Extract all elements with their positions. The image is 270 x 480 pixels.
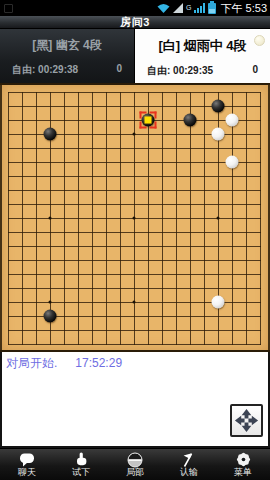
star-point bbox=[133, 301, 136, 304]
black-captures-count: 0 bbox=[116, 63, 122, 77]
grid-line bbox=[8, 274, 261, 275]
nav-menu[interactable]: 菜单 bbox=[216, 449, 270, 480]
grid-line bbox=[8, 232, 261, 233]
nav-menu-label: 菜单 bbox=[234, 468, 252, 477]
title-bar: 房间3 bbox=[0, 16, 270, 29]
message-log[interactable]: 对局开始.17:52:29 bbox=[0, 352, 270, 448]
grid-line bbox=[8, 260, 261, 261]
grid-line bbox=[162, 92, 163, 345]
game-start-time: 17:52:29 bbox=[75, 356, 122, 370]
nav-try-move-label: 试下 bbox=[72, 468, 90, 477]
chat-bubble-icon bbox=[19, 452, 35, 467]
white-stone bbox=[212, 128, 225, 141]
game-start-message: 对局开始. bbox=[6, 356, 57, 370]
black-stone bbox=[44, 128, 57, 141]
notification-icon bbox=[4, 4, 13, 13]
star-point bbox=[49, 301, 52, 304]
player-panels: [黑] 幽玄 4段 自由: 00:29:38 0 [白] 烟雨中 4段 自由: … bbox=[0, 29, 270, 83]
star-point bbox=[49, 217, 52, 220]
white-player-panel: [白] 烟雨中 4段 自由: 00:29:35 0 bbox=[135, 29, 270, 83]
grid-line bbox=[8, 246, 261, 247]
cursor-brackets bbox=[140, 112, 157, 129]
room-title: 房间3 bbox=[120, 15, 150, 30]
grid-line bbox=[190, 92, 191, 345]
grid-line bbox=[246, 92, 247, 345]
star-point bbox=[217, 217, 220, 220]
go-board[interactable] bbox=[0, 83, 270, 352]
grid-line bbox=[260, 92, 261, 345]
pan-arrows-icon bbox=[233, 407, 260, 434]
grid-line bbox=[176, 92, 177, 345]
nav-resign[interactable]: 认输 bbox=[162, 449, 216, 480]
bottom-nav: 聊天 试下 局部 bbox=[0, 448, 270, 480]
nav-resign-label: 认输 bbox=[180, 468, 198, 477]
grid-line bbox=[148, 92, 149, 345]
white-stone bbox=[226, 114, 239, 127]
turn-indicator-stone-icon bbox=[254, 35, 265, 46]
white-stone bbox=[226, 156, 239, 169]
flag-icon bbox=[181, 452, 197, 467]
grid-line bbox=[8, 288, 261, 289]
grid-line bbox=[8, 330, 261, 331]
nav-local-view[interactable]: 局部 bbox=[108, 449, 162, 480]
nav-try-move[interactable]: 试下 bbox=[54, 449, 108, 480]
cell-signal-icon: G bbox=[186, 3, 204, 13]
black-stone bbox=[184, 114, 197, 127]
network-type-label: G bbox=[186, 3, 191, 13]
white-stone bbox=[212, 296, 225, 309]
nav-local-view-label: 局部 bbox=[126, 468, 144, 477]
status-left bbox=[0, 4, 13, 13]
black-player-clock: 自由: 00:29:38 bbox=[12, 63, 78, 77]
battery-icon bbox=[208, 3, 216, 14]
white-captures-count: 0 bbox=[252, 64, 258, 78]
log-line: 对局开始.17:52:29 bbox=[2, 352, 268, 372]
star-point bbox=[133, 133, 136, 136]
black-player-name: [黑] 幽玄 4段 bbox=[0, 37, 134, 54]
star-point bbox=[133, 217, 136, 220]
app-screen: G 下午 5:53 房间3 [黑] 幽玄 4段 自由: 00:29:38 0 [… bbox=[0, 0, 270, 480]
nav-chat-label: 聊天 bbox=[18, 468, 36, 477]
gear-icon bbox=[236, 452, 251, 467]
status-time: 下午 5:53 bbox=[221, 0, 267, 16]
pointing-hand-icon bbox=[74, 452, 89, 467]
status-right: G 下午 5:53 bbox=[157, 0, 270, 16]
nav-chat[interactable]: 聊天 bbox=[0, 449, 54, 480]
grid-line bbox=[8, 344, 261, 345]
pan-button[interactable] bbox=[230, 404, 263, 437]
grid-line bbox=[232, 92, 233, 345]
white-player-clock: 自由: 00:29:35 bbox=[147, 64, 213, 78]
half-stone-icon bbox=[127, 452, 143, 467]
wifi-icon bbox=[157, 3, 170, 14]
grid-line bbox=[204, 92, 205, 345]
white-player-name: [白] 烟雨中 4段 bbox=[135, 37, 270, 55]
black-player-panel: [黑] 幽玄 4段 自由: 00:29:38 0 bbox=[0, 29, 135, 83]
signal-triangle-icon bbox=[173, 3, 183, 13]
black-stone bbox=[44, 310, 57, 323]
black-stone bbox=[212, 100, 225, 113]
